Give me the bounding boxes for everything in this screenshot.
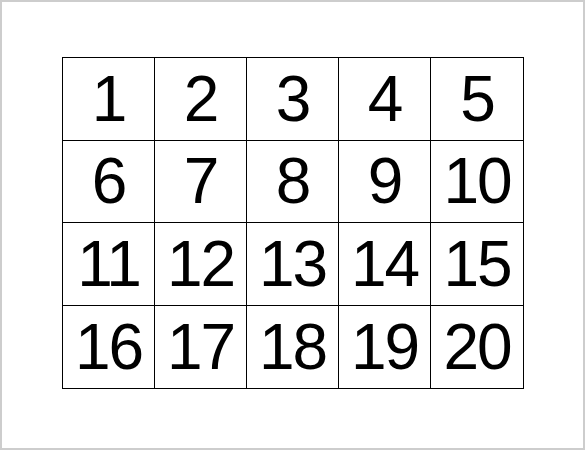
cell-15: 15 — [431, 223, 523, 306]
cell-4: 4 — [339, 58, 431, 141]
cell-7: 7 — [155, 141, 247, 224]
cell-14: 14 — [339, 223, 431, 306]
cell-2: 2 — [155, 58, 247, 141]
cell-18: 18 — [247, 306, 339, 389]
cell-9: 9 — [339, 141, 431, 224]
cell-16: 16 — [63, 306, 155, 389]
cell-6: 6 — [63, 141, 155, 224]
cell-20: 20 — [431, 306, 523, 389]
cell-12: 12 — [155, 223, 247, 306]
number-grid: 1234567891011121314151617181920 — [62, 57, 524, 389]
number-chart-page: 1234567891011121314151617181920 — [0, 0, 585, 450]
cell-8: 8 — [247, 141, 339, 224]
cell-17: 17 — [155, 306, 247, 389]
cell-3: 3 — [247, 58, 339, 141]
cell-5: 5 — [431, 58, 523, 141]
cell-10: 10 — [431, 141, 523, 224]
cell-11: 11 — [63, 223, 155, 306]
cell-13: 13 — [247, 223, 339, 306]
cell-19: 19 — [339, 306, 431, 389]
cell-1: 1 — [63, 58, 155, 141]
